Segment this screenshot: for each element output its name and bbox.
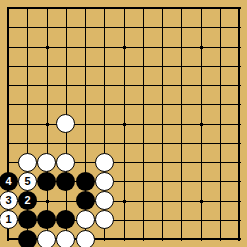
stone-white [95,172,114,191]
star-point [123,46,126,49]
stone-white [95,153,114,172]
stone-black [76,172,95,191]
grid-line-vertical [220,7,221,241]
stone-white [95,210,114,229]
star-point [200,200,203,203]
star-point [123,123,126,126]
stone-white-move-5: 5 [18,172,37,191]
stone-black-move-2: 2 [18,191,37,210]
star-point [123,200,126,203]
star-point [46,46,49,49]
stone-white [76,230,95,247]
grid-line-vertical [162,7,163,241]
stone-white [37,230,56,247]
star-point [46,200,49,203]
star-point [200,46,203,49]
go-board: 45321 [0,0,247,247]
stone-white [76,210,95,229]
grid-line-vertical [143,7,144,241]
stone-white [37,153,56,172]
stone-white [56,230,75,247]
stone-black [37,210,56,229]
grid-line-vertical [181,7,182,241]
stone-black [76,191,95,210]
stone-black [18,210,37,229]
star-point [46,123,49,126]
stone-white [95,191,114,210]
star-point [200,123,203,126]
stone-black [18,230,37,247]
stone-white [18,153,37,172]
stone-white-move-1: 1 [0,210,18,229]
stone-black [37,172,56,191]
grid-line-vertical [238,7,240,241]
stone-white [56,153,75,172]
stone-white-move-3: 3 [0,191,18,210]
stone-white [56,114,75,133]
stone-black-move-4: 4 [0,172,18,191]
stone-black [56,172,75,191]
grid-line-horizontal [7,143,241,144]
stone-black [56,210,75,229]
